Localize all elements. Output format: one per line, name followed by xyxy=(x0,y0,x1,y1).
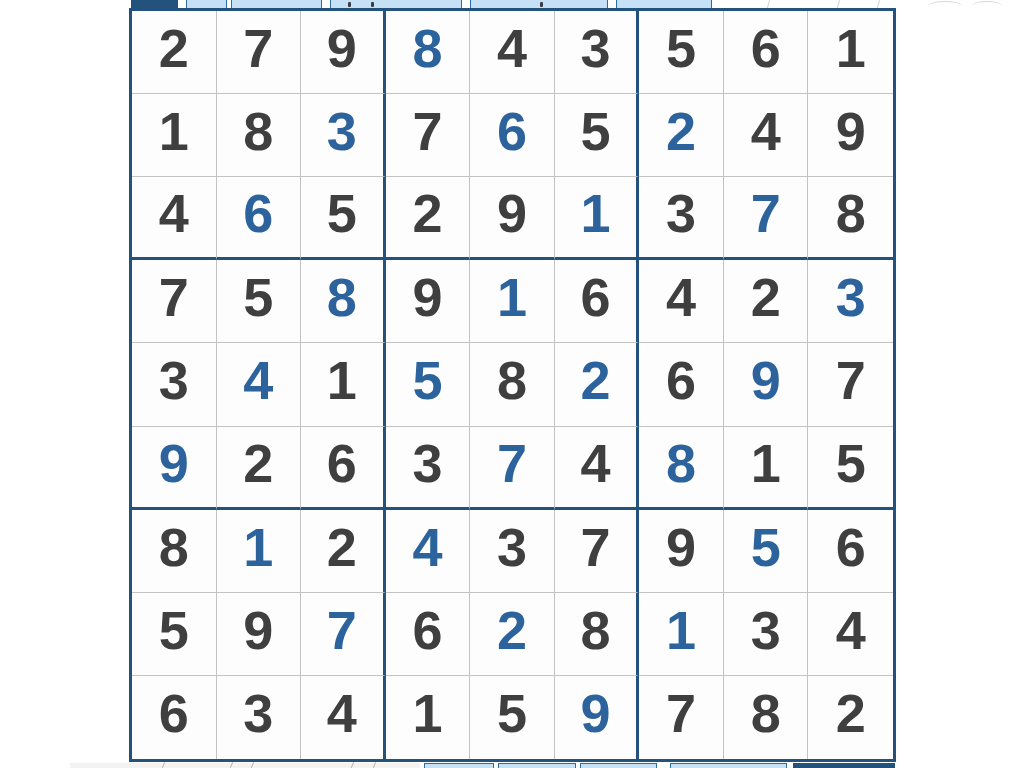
cell-r1c3[interactable]: 9 xyxy=(301,11,386,94)
cell-r8c2[interactable]: 9 xyxy=(217,593,302,676)
cutoff-artifact xyxy=(877,0,880,8)
cell-r9c6[interactable]: 9 xyxy=(555,676,640,759)
cell-r7c7[interactable]: 9 xyxy=(639,510,724,593)
button-stub[interactable] xyxy=(580,763,657,768)
cell-r8c3[interactable]: 7 xyxy=(301,593,386,676)
cell-r2c9[interactable]: 9 xyxy=(808,94,893,177)
cell-r3c8[interactable]: 7 xyxy=(724,177,809,260)
cell-r2c1[interactable]: 1 xyxy=(132,94,217,177)
cell-r3c2[interactable]: 6 xyxy=(217,177,302,260)
cell-r3c6[interactable]: 1 xyxy=(555,177,640,260)
cell-r8c6[interactable]: 8 xyxy=(555,593,640,676)
cell-r5c6[interactable]: 2 xyxy=(555,343,640,426)
cell-r8c5[interactable]: 2 xyxy=(470,593,555,676)
cell-r6c3[interactable]: 6 xyxy=(301,427,386,510)
button-stub[interactable] xyxy=(670,763,787,768)
button-stub[interactable] xyxy=(498,763,576,768)
cell-r5c8[interactable]: 9 xyxy=(724,343,809,426)
cell-r7c5[interactable]: 3 xyxy=(470,510,555,593)
cell-r1c9[interactable]: 1 xyxy=(808,11,893,94)
sudoku-page: 2798435611837652494652913787589164233415… xyxy=(0,0,1024,768)
cell-r5c4[interactable]: 5 xyxy=(386,343,471,426)
cell-r2c5[interactable]: 6 xyxy=(470,94,555,177)
cell-r2c6[interactable]: 5 xyxy=(555,94,640,177)
sudoku-board: 2798435611837652494652913787589164233415… xyxy=(129,8,896,762)
cell-r1c1[interactable]: 2 xyxy=(132,11,217,94)
cell-r6c5[interactable]: 7 xyxy=(470,427,555,510)
cell-r1c7[interactable]: 5 xyxy=(639,11,724,94)
cell-r6c4[interactable]: 3 xyxy=(386,427,471,510)
button-stub-selected[interactable] xyxy=(793,763,895,768)
cell-r4c8[interactable]: 2 xyxy=(724,260,809,343)
cell-r2c3[interactable]: 3 xyxy=(301,94,386,177)
cell-r8c4[interactable]: 6 xyxy=(386,593,471,676)
cell-r9c4[interactable]: 1 xyxy=(386,676,471,759)
cell-r3c5[interactable]: 9 xyxy=(470,177,555,260)
cell-r3c9[interactable]: 8 xyxy=(808,177,893,260)
cell-r6c7[interactable]: 8 xyxy=(639,427,724,510)
cell-r5c7[interactable]: 6 xyxy=(639,343,724,426)
cell-r1c8[interactable]: 6 xyxy=(724,11,809,94)
cell-r6c8[interactable]: 1 xyxy=(724,427,809,510)
cell-r7c2[interactable]: 1 xyxy=(217,510,302,593)
cell-r7c9[interactable]: 6 xyxy=(808,510,893,593)
cell-r5c2[interactable]: 4 xyxy=(217,343,302,426)
cell-r6c6[interactable]: 4 xyxy=(555,427,640,510)
cutoff-artifact xyxy=(837,0,840,8)
button-stub[interactable] xyxy=(424,763,494,768)
cell-r5c5[interactable]: 8 xyxy=(470,343,555,426)
cell-r2c4[interactable]: 7 xyxy=(386,94,471,177)
cell-r9c1[interactable]: 6 xyxy=(132,676,217,759)
cell-r7c4[interactable]: 4 xyxy=(386,510,471,593)
cutoff-artifact xyxy=(972,1,1002,11)
cell-r9c2[interactable]: 3 xyxy=(217,676,302,759)
cell-r7c8[interactable]: 5 xyxy=(724,510,809,593)
tab-text-descender xyxy=(371,2,374,7)
cell-r4c2[interactable]: 5 xyxy=(217,260,302,343)
cell-r4c9[interactable]: 3 xyxy=(808,260,893,343)
cell-r9c8[interactable]: 8 xyxy=(724,676,809,759)
cell-r9c7[interactable]: 7 xyxy=(639,676,724,759)
cell-r2c2[interactable]: 8 xyxy=(217,94,302,177)
cell-r2c7[interactable]: 2 xyxy=(639,94,724,177)
tab-text-descender xyxy=(540,2,543,7)
cell-r6c2[interactable]: 2 xyxy=(217,427,302,510)
cell-r3c7[interactable]: 3 xyxy=(639,177,724,260)
cell-r1c2[interactable]: 7 xyxy=(217,11,302,94)
cell-r5c3[interactable]: 1 xyxy=(301,343,386,426)
cell-r4c3[interactable]: 8 xyxy=(301,260,386,343)
cell-r7c1[interactable]: 8 xyxy=(132,510,217,593)
cell-r4c7[interactable]: 4 xyxy=(639,260,724,343)
cell-r5c9[interactable]: 7 xyxy=(808,343,893,426)
tab-text-descender xyxy=(348,2,351,7)
cell-r7c3[interactable]: 2 xyxy=(301,510,386,593)
cutoff-artifact xyxy=(928,1,962,11)
cell-r8c9[interactable]: 4 xyxy=(808,593,893,676)
cell-r9c9[interactable]: 2 xyxy=(808,676,893,759)
cell-r9c3[interactable]: 4 xyxy=(301,676,386,759)
cell-r1c4[interactable]: 8 xyxy=(386,11,471,94)
cell-r1c6[interactable]: 3 xyxy=(555,11,640,94)
cell-r5c1[interactable]: 3 xyxy=(132,343,217,426)
cell-r3c4[interactable]: 2 xyxy=(386,177,471,260)
cell-r6c1[interactable]: 9 xyxy=(132,427,217,510)
cell-r4c6[interactable]: 6 xyxy=(555,260,640,343)
cell-r8c7[interactable]: 1 xyxy=(639,593,724,676)
cell-r7c6[interactable]: 7 xyxy=(555,510,640,593)
cell-r6c9[interactable]: 5 xyxy=(808,427,893,510)
cell-r9c5[interactable]: 5 xyxy=(470,676,555,759)
cell-r3c1[interactable]: 4 xyxy=(132,177,217,260)
cutoff-text-strip xyxy=(70,763,420,768)
cell-r1c5[interactable]: 4 xyxy=(470,11,555,94)
cutoff-artifact xyxy=(767,0,770,8)
cell-r8c8[interactable]: 3 xyxy=(724,593,809,676)
cell-r4c1[interactable]: 7 xyxy=(132,260,217,343)
cell-r4c5[interactable]: 1 xyxy=(470,260,555,343)
cell-r2c8[interactable]: 4 xyxy=(724,94,809,177)
cell-r8c1[interactable]: 5 xyxy=(132,593,217,676)
cell-r3c3[interactable]: 5 xyxy=(301,177,386,260)
cell-r4c4[interactable]: 9 xyxy=(386,260,471,343)
